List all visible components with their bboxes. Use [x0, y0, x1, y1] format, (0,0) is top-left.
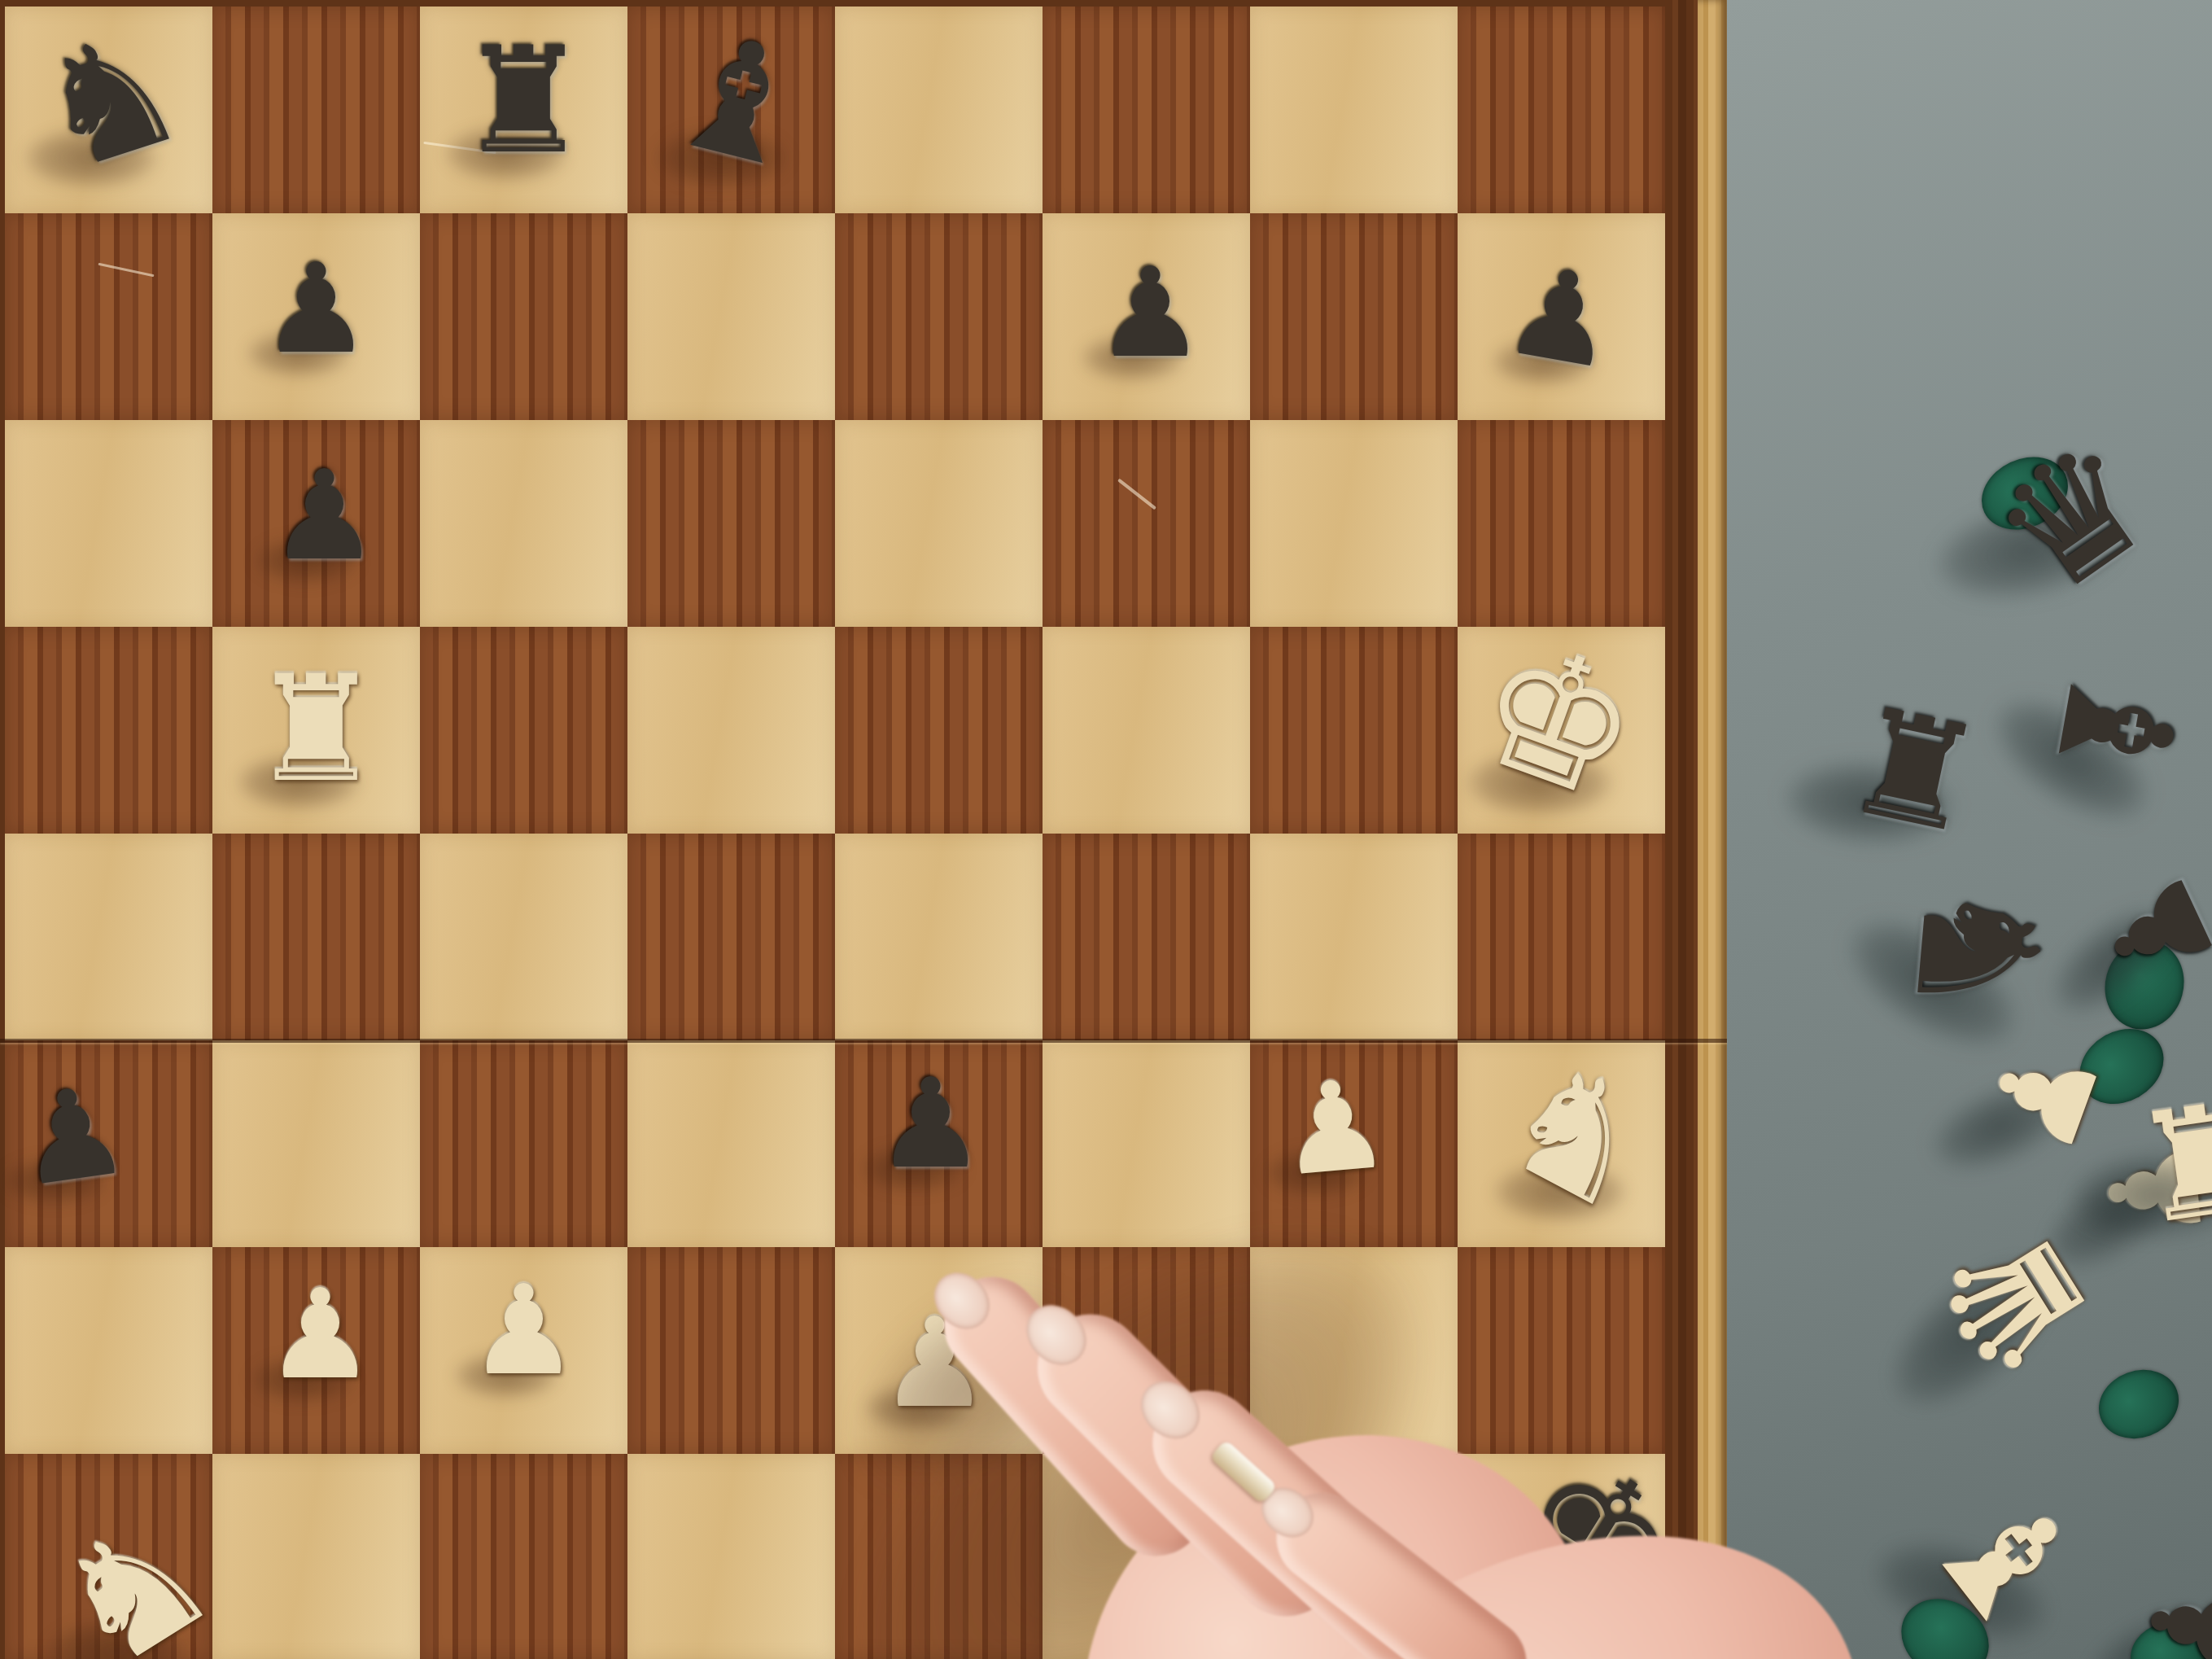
player-hand — [0, 0, 2212, 1659]
chess-photo-scene: ♞♜♝♟♟♟♟♜♚♟♟♟♞♟♟♟♞♚ ♛♜♝♞♟♟♟♛♜♝♟ — [0, 0, 2212, 1659]
